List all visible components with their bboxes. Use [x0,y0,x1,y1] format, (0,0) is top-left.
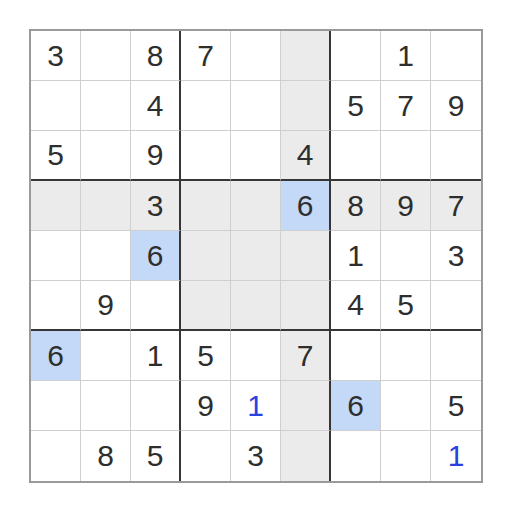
cell-r4c4[interactable] [181,181,231,231]
cell-r8c4[interactable]: 9 [181,381,231,431]
cell-r7c3[interactable]: 1 [131,331,181,381]
cell-r5c7[interactable]: 1 [331,231,381,281]
cell-r3c5[interactable] [231,131,281,181]
cell-r9c3[interactable]: 5 [131,431,181,481]
cell-r6c2[interactable]: 9 [81,281,131,331]
cell-r2c2[interactable] [81,81,131,131]
cell-r8c9[interactable]: 5 [431,381,481,431]
cell-r1c3[interactable]: 8 [131,31,181,81]
cell-r8c7[interactable]: 6 [331,381,381,431]
cell-r5c2[interactable] [81,231,131,281]
cell-r5c4[interactable] [181,231,231,281]
cell-r4c9[interactable]: 7 [431,181,481,231]
cell-r2c4[interactable] [181,81,231,131]
cell-r9c2[interactable]: 8 [81,431,131,481]
cell-r9c7[interactable] [331,431,381,481]
cell-r7c2[interactable] [81,331,131,381]
cell-r1c6[interactable] [281,31,331,81]
cell-r6c4[interactable] [181,281,231,331]
cell-r1c4[interactable]: 7 [181,31,231,81]
cell-r3c6[interactable]: 4 [281,131,331,181]
cell-r4c8[interactable]: 9 [381,181,431,231]
cell-r4c6[interactable]: 6 [281,181,331,231]
cell-r4c3[interactable]: 3 [131,181,181,231]
cell-r9c8[interactable] [381,431,431,481]
cell-r1c2[interactable] [81,31,131,81]
cell-r3c2[interactable] [81,131,131,181]
cell-r3c8[interactable] [381,131,431,181]
cell-r7c4[interactable]: 5 [181,331,231,381]
cell-r6c7[interactable]: 4 [331,281,381,331]
cell-r4c7[interactable]: 8 [331,181,381,231]
cell-r6c6[interactable] [281,281,331,331]
cell-r9c6[interactable] [281,431,331,481]
cell-r7c8[interactable] [381,331,431,381]
cell-r5c1[interactable] [31,231,81,281]
cell-r7c5[interactable] [231,331,281,381]
cell-r5c8[interactable] [381,231,431,281]
cell-r8c3[interactable] [131,381,181,431]
cell-r6c9[interactable] [431,281,481,331]
cell-r3c4[interactable] [181,131,231,181]
cell-r5c9[interactable]: 3 [431,231,481,281]
cell-r2c1[interactable] [31,81,81,131]
cell-r1c7[interactable] [331,31,381,81]
cell-r6c8[interactable]: 5 [381,281,431,331]
cell-r9c9[interactable]: 1 [431,431,481,481]
cell-r2c3[interactable]: 4 [131,81,181,131]
cell-r1c5[interactable] [231,31,281,81]
cell-r7c9[interactable] [431,331,481,381]
cell-r7c7[interactable] [331,331,381,381]
cell-r5c5[interactable] [231,231,281,281]
cell-r8c1[interactable] [31,381,81,431]
cell-r9c5[interactable]: 3 [231,431,281,481]
cell-r8c2[interactable] [81,381,131,431]
cell-r8c5[interactable]: 1 [231,381,281,431]
cell-r1c1[interactable]: 3 [31,31,81,81]
cell-r2c7[interactable]: 5 [331,81,381,131]
cell-r2c5[interactable] [231,81,281,131]
cell-r5c3[interactable]: 6 [131,231,181,281]
cell-r1c8[interactable]: 1 [381,31,431,81]
cell-r4c5[interactable] [231,181,281,231]
cell-r7c6[interactable]: 7 [281,331,331,381]
cell-r9c1[interactable] [31,431,81,481]
cell-r3c7[interactable] [331,131,381,181]
cell-r2c6[interactable] [281,81,331,131]
cell-r3c1[interactable]: 5 [31,131,81,181]
cell-r2c9[interactable]: 9 [431,81,481,131]
cell-r8c6[interactable] [281,381,331,431]
cell-r4c1[interactable] [31,181,81,231]
cell-r7c1[interactable]: 6 [31,331,81,381]
cell-r9c4[interactable] [181,431,231,481]
cell-r6c3[interactable] [131,281,181,331]
cell-r3c9[interactable] [431,131,481,181]
cell-r6c1[interactable] [31,281,81,331]
cell-r4c2[interactable] [81,181,131,231]
cell-r1c9[interactable] [431,31,481,81]
cell-r8c8[interactable] [381,381,431,431]
cell-r3c3[interactable]: 9 [131,131,181,181]
cell-r6c5[interactable] [231,281,281,331]
cell-r2c8[interactable]: 7 [381,81,431,131]
sudoku-board: 3871457959436897613945615791658531 [29,29,483,483]
cell-r5c6[interactable] [281,231,331,281]
